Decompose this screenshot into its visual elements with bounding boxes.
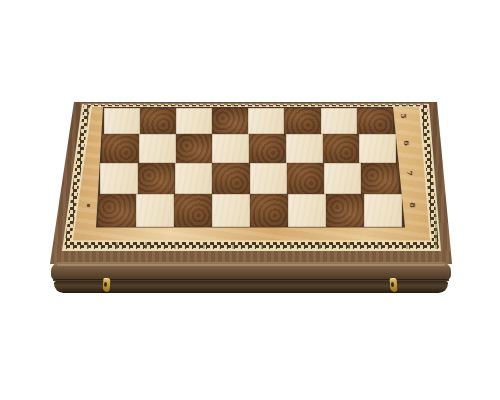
clasp-icon-left <box>103 278 111 292</box>
rank-label: 8 <box>407 199 419 211</box>
clasp-icon-right <box>390 278 398 292</box>
rank-labels: 5678 <box>0 0 500 400</box>
rank-label: 7 <box>404 167 416 179</box>
rank-label: 5 <box>398 110 410 122</box>
rank-label: 6 <box>401 137 413 149</box>
chess-case-photo: 5678 <box>0 0 500 400</box>
case-front <box>50 262 452 293</box>
